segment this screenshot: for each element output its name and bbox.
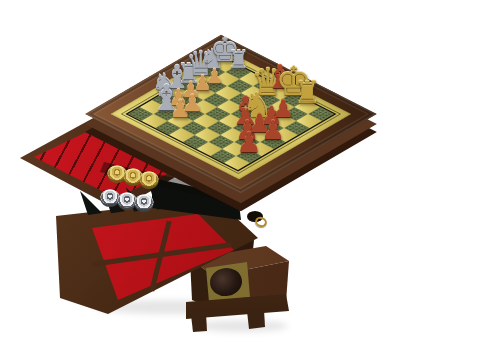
silver-checker: [135, 195, 154, 210]
brass-checker: [140, 172, 159, 187]
product-photo-stage: ♞♝♜♛♞♚♝♟♟♟♟♜♟♟♛♝♝♞♚♟♟♟♟♜♟♟: [0, 0, 480, 360]
silver-checker: [101, 190, 120, 205]
